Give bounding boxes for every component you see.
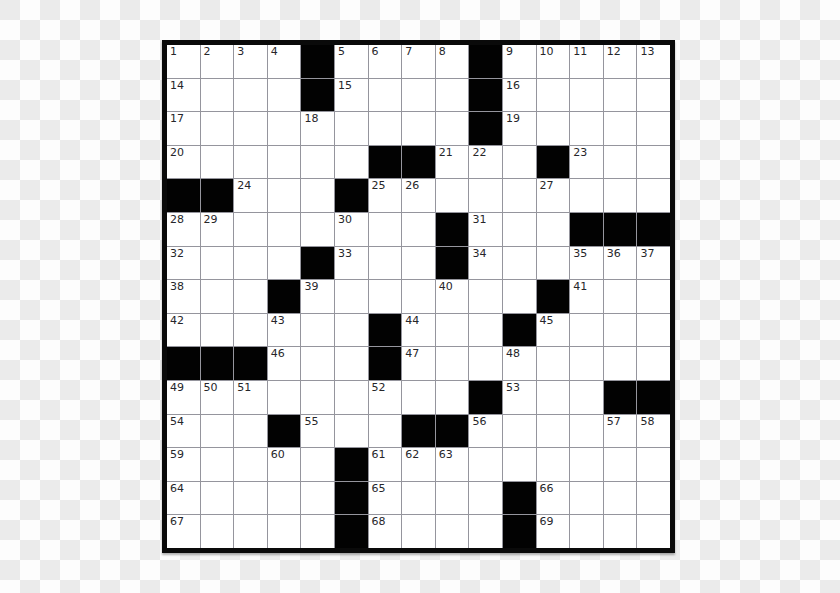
clue-number: 8 <box>436 45 469 58</box>
grid-cell[interactable] <box>436 381 469 414</box>
grid-cell[interactable] <box>301 482 334 515</box>
grid-cell[interactable] <box>335 314 368 347</box>
clue-number: 1 <box>167 45 200 58</box>
grid-cell[interactable]: 50 <box>201 381 234 414</box>
grid-cell[interactable] <box>268 79 301 112</box>
block-cell <box>167 179 200 212</box>
grid-cell[interactable] <box>570 448 603 481</box>
grid-cell[interactable] <box>637 112 670 145</box>
grid-cell[interactable] <box>369 112 402 145</box>
grid-cell[interactable]: 32 <box>167 247 200 280</box>
clue-number: 53 <box>503 381 536 394</box>
grid-cell[interactable] <box>436 112 469 145</box>
grid-cell[interactable] <box>234 314 267 347</box>
grid-cell[interactable]: 7 <box>402 45 435 78</box>
grid-cell[interactable] <box>301 448 334 481</box>
grid-cell[interactable]: 22 <box>469 146 502 179</box>
grid-cell[interactable]: 64 <box>167 482 200 515</box>
grid-cell[interactable]: 61 <box>369 448 402 481</box>
grid-cell[interactable]: 37 <box>637 247 670 280</box>
grid-cell[interactable] <box>537 247 570 280</box>
clue-number: 52 <box>369 381 402 394</box>
grid-cell[interactable]: 51 <box>234 381 267 414</box>
grid-cell[interactable] <box>201 482 234 515</box>
grid-cell[interactable] <box>234 247 267 280</box>
grid-cell[interactable] <box>503 146 536 179</box>
grid-cell[interactable] <box>201 79 234 112</box>
grid-cell[interactable]: 9 <box>503 45 536 78</box>
clue-number: 57 <box>604 415 637 428</box>
clue-number: 67 <box>167 515 200 528</box>
grid-cell[interactable]: 14 <box>167 79 200 112</box>
block-cell <box>301 45 334 78</box>
grid-cell[interactable]: 15 <box>335 79 368 112</box>
grid-cell[interactable] <box>637 482 670 515</box>
block-cell <box>570 213 603 246</box>
clue-number: 6 <box>369 45 402 58</box>
grid-cell[interactable] <box>268 247 301 280</box>
grid-cell[interactable]: 21 <box>436 146 469 179</box>
grid-cell[interactable] <box>537 213 570 246</box>
clue-number: 15 <box>335 79 368 92</box>
grid-cell[interactable] <box>469 448 502 481</box>
grid-cell[interactable] <box>570 381 603 414</box>
grid-cell[interactable]: 10 <box>537 45 570 78</box>
block-cell <box>369 314 402 347</box>
grid-cell[interactable]: 41 <box>570 280 603 313</box>
clue-number: 29 <box>201 213 234 226</box>
block-cell <box>201 179 234 212</box>
block-cell <box>268 415 301 448</box>
block-cell <box>402 415 435 448</box>
block-cell <box>402 146 435 179</box>
grid-cell[interactable] <box>604 280 637 313</box>
grid-cell[interactable]: 46 <box>268 347 301 380</box>
grid-cell[interactable]: 59 <box>167 448 200 481</box>
grid-cell[interactable]: 12 <box>604 45 637 78</box>
clue-number: 37 <box>637 247 670 260</box>
grid-cell[interactable] <box>436 314 469 347</box>
clue-number: 10 <box>537 45 570 58</box>
grid-cell[interactable] <box>402 79 435 112</box>
block-cell <box>436 213 469 246</box>
clue-number: 20 <box>167 146 200 159</box>
block-cell <box>369 146 402 179</box>
grid-cell[interactable] <box>234 213 267 246</box>
grid-cell[interactable] <box>469 347 502 380</box>
clue-number: 14 <box>167 79 200 92</box>
grid-cell[interactable]: 42 <box>167 314 200 347</box>
grid-cell[interactable]: 26 <box>402 179 435 212</box>
grid-cell[interactable] <box>469 280 502 313</box>
clue-number: 2 <box>201 45 234 58</box>
clue-number: 9 <box>503 45 536 58</box>
clue-number: 62 <box>402 448 435 461</box>
grid-cell[interactable]: 36 <box>604 247 637 280</box>
grid-cell[interactable] <box>637 79 670 112</box>
grid-cell[interactable]: 20 <box>167 146 200 179</box>
crossword-grid: 1234567891011121314151617181920212223242… <box>167 45 670 548</box>
clue-number: 38 <box>167 280 200 293</box>
clue-number: 66 <box>537 482 570 495</box>
clue-number: 51 <box>234 381 267 394</box>
grid-cell[interactable] <box>537 381 570 414</box>
grid-cell[interactable] <box>268 112 301 145</box>
grid-cell[interactable] <box>637 146 670 179</box>
grid-cell[interactable]: 24 <box>234 179 267 212</box>
grid-cell[interactable] <box>268 213 301 246</box>
grid-cell[interactable] <box>436 79 469 112</box>
grid-cell[interactable] <box>369 280 402 313</box>
grid-cell[interactable]: 69 <box>537 515 570 548</box>
grid-cell[interactable] <box>369 247 402 280</box>
grid-cell[interactable] <box>537 112 570 145</box>
clue-number: 55 <box>301 415 334 428</box>
grid-cell[interactable]: 53 <box>503 381 536 414</box>
block-cell <box>201 347 234 380</box>
clue-number: 13 <box>637 45 670 58</box>
clue-number: 19 <box>503 112 536 125</box>
block-cell <box>469 79 502 112</box>
grid-cell[interactable] <box>436 482 469 515</box>
grid-cell[interactable] <box>570 415 603 448</box>
grid-cell[interactable] <box>268 179 301 212</box>
clue-number: 48 <box>503 347 536 360</box>
grid-cell[interactable]: 66 <box>537 482 570 515</box>
grid-cell[interactable]: 4 <box>268 45 301 78</box>
grid-cell[interactable] <box>537 347 570 380</box>
clue-number: 16 <box>503 79 536 92</box>
block-cell <box>436 247 469 280</box>
clue-number: 46 <box>268 347 301 360</box>
clue-number: 64 <box>167 482 200 495</box>
grid-cell[interactable] <box>570 482 603 515</box>
grid-cell[interactable] <box>604 515 637 548</box>
clue-number: 35 <box>570 247 603 260</box>
grid-cell[interactable]: 54 <box>167 415 200 448</box>
grid-cell[interactable] <box>537 79 570 112</box>
grid-cell[interactable]: 23 <box>570 146 603 179</box>
grid-cell[interactable]: 60 <box>268 448 301 481</box>
grid-cell[interactable] <box>335 146 368 179</box>
grid-cell[interactable] <box>268 482 301 515</box>
grid-cell[interactable] <box>335 381 368 414</box>
clue-number: 31 <box>469 213 502 226</box>
grid-cell[interactable] <box>201 515 234 548</box>
grid-cell[interactable] <box>234 482 267 515</box>
grid-cell[interactable] <box>234 448 267 481</box>
grid-cell[interactable] <box>335 415 368 448</box>
block-cell <box>604 213 637 246</box>
grid-cell[interactable] <box>335 280 368 313</box>
grid-cell[interactable] <box>201 146 234 179</box>
grid-cell[interactable] <box>604 314 637 347</box>
grid-cell[interactable] <box>201 112 234 145</box>
block-cell <box>335 448 368 481</box>
grid-cell[interactable]: 58 <box>637 415 670 448</box>
grid-cell[interactable] <box>301 179 334 212</box>
grid-cell[interactable]: 48 <box>503 347 536 380</box>
grid-cell[interactable] <box>469 482 502 515</box>
grid-cell[interactable] <box>570 79 603 112</box>
grid-cell[interactable]: 33 <box>335 247 368 280</box>
grid-cell[interactable] <box>503 415 536 448</box>
block-cell <box>469 112 502 145</box>
clue-number: 40 <box>436 280 469 293</box>
grid-cell[interactable] <box>301 314 334 347</box>
grid-cell[interactable] <box>469 179 502 212</box>
grid-cell[interactable]: 35 <box>570 247 603 280</box>
grid-cell[interactable] <box>402 213 435 246</box>
grid-cell[interactable]: 44 <box>402 314 435 347</box>
clue-number: 32 <box>167 247 200 260</box>
grid-cell[interactable]: 28 <box>167 213 200 246</box>
clue-number: 58 <box>637 415 670 428</box>
grid-cell[interactable] <box>268 381 301 414</box>
grid-cell[interactable] <box>637 347 670 380</box>
grid-cell[interactable]: 17 <box>167 112 200 145</box>
grid-cell[interactable] <box>369 213 402 246</box>
grid-cell[interactable] <box>503 247 536 280</box>
grid-cell[interactable] <box>234 515 267 548</box>
clue-number: 26 <box>402 179 435 192</box>
clue-number: 63 <box>436 448 469 461</box>
block-cell <box>335 515 368 548</box>
grid-cell[interactable] <box>268 515 301 548</box>
grid-cell[interactable] <box>570 112 603 145</box>
grid-cell[interactable] <box>637 280 670 313</box>
grid-cell[interactable]: 31 <box>469 213 502 246</box>
grid-cell[interactable]: 1 <box>167 45 200 78</box>
grid-cell[interactable]: 34 <box>469 247 502 280</box>
clue-number: 39 <box>301 280 334 293</box>
grid-cell[interactable] <box>201 415 234 448</box>
block-cell <box>537 146 570 179</box>
clue-number: 5 <box>335 45 368 58</box>
block-cell <box>234 347 267 380</box>
clue-number: 41 <box>570 280 603 293</box>
grid-cell[interactable] <box>234 112 267 145</box>
grid-cell[interactable]: 62 <box>402 448 435 481</box>
grid-cell[interactable] <box>301 146 334 179</box>
clue-number: 12 <box>604 45 637 58</box>
block-cell <box>301 247 334 280</box>
grid-cell[interactable]: 43 <box>268 314 301 347</box>
grid-cell[interactable]: 5 <box>335 45 368 78</box>
block-cell <box>369 347 402 380</box>
clue-number: 50 <box>201 381 234 394</box>
clue-number: 17 <box>167 112 200 125</box>
clue-number: 21 <box>436 146 469 159</box>
grid-cell[interactable] <box>436 179 469 212</box>
clue-number: 34 <box>469 247 502 260</box>
clue-number: 11 <box>570 45 603 58</box>
grid-cell[interactable]: 45 <box>537 314 570 347</box>
grid-cell[interactable]: 57 <box>604 415 637 448</box>
grid-cell[interactable] <box>537 415 570 448</box>
clue-number: 54 <box>167 415 200 428</box>
clue-number: 45 <box>537 314 570 327</box>
grid-cell[interactable]: 68 <box>369 515 402 548</box>
grid-cell[interactable] <box>570 515 603 548</box>
grid-cell[interactable] <box>234 79 267 112</box>
grid-cell[interactable] <box>637 448 670 481</box>
grid-cell[interactable] <box>537 448 570 481</box>
clue-number: 43 <box>268 314 301 327</box>
grid-cell[interactable]: 6 <box>369 45 402 78</box>
grid-cell[interactable] <box>402 515 435 548</box>
grid-cell[interactable]: 56 <box>469 415 502 448</box>
clue-number: 44 <box>402 314 435 327</box>
block-cell <box>335 482 368 515</box>
grid-cell[interactable] <box>503 213 536 246</box>
grid-cell[interactable] <box>234 280 267 313</box>
grid-cell[interactable] <box>570 179 603 212</box>
grid-cell[interactable] <box>604 448 637 481</box>
grid-cell[interactable] <box>234 146 267 179</box>
grid-cell[interactable] <box>301 347 334 380</box>
block-cell <box>469 381 502 414</box>
clue-number: 69 <box>537 515 570 528</box>
grid-cell[interactable] <box>436 515 469 548</box>
clue-number: 4 <box>268 45 301 58</box>
grid-cell[interactable]: 18 <box>301 112 334 145</box>
grid-cell[interactable] <box>604 112 637 145</box>
grid-cell[interactable] <box>335 112 368 145</box>
grid-cell[interactable] <box>268 146 301 179</box>
grid-cell[interactable]: 49 <box>167 381 200 414</box>
block-cell <box>503 314 536 347</box>
clue-number: 27 <box>537 179 570 192</box>
grid-cell[interactable] <box>604 146 637 179</box>
grid-cell[interactable] <box>570 314 603 347</box>
clue-number: 47 <box>402 347 435 360</box>
grid-cell[interactable] <box>234 415 267 448</box>
block-cell <box>469 45 502 78</box>
grid-cell[interactable]: 67 <box>167 515 200 548</box>
grid-cell[interactable]: 39 <box>301 280 334 313</box>
clue-number: 65 <box>369 482 402 495</box>
grid-cell[interactable] <box>402 280 435 313</box>
grid-cell[interactable]: 30 <box>335 213 368 246</box>
grid-cell[interactable] <box>604 482 637 515</box>
grid-cell[interactable] <box>301 213 334 246</box>
clue-number: 33 <box>335 247 368 260</box>
clue-number: 28 <box>167 213 200 226</box>
clue-number: 3 <box>234 45 267 58</box>
block-cell <box>268 280 301 313</box>
grid-cell[interactable]: 63 <box>436 448 469 481</box>
grid-cell[interactable] <box>503 179 536 212</box>
block-cell <box>335 179 368 212</box>
grid-cell[interactable] <box>469 314 502 347</box>
clue-number: 59 <box>167 448 200 461</box>
grid-cell[interactable] <box>637 179 670 212</box>
grid-cell[interactable] <box>402 112 435 145</box>
grid-cell[interactable] <box>402 482 435 515</box>
grid-cell[interactable]: 52 <box>369 381 402 414</box>
grid-cell[interactable]: 2 <box>201 45 234 78</box>
grid-cell[interactable]: 27 <box>537 179 570 212</box>
grid-cell[interactable] <box>201 314 234 347</box>
clue-number: 22 <box>469 146 502 159</box>
grid-cell[interactable]: 16 <box>503 79 536 112</box>
grid-cell[interactable] <box>604 179 637 212</box>
clue-number: 49 <box>167 381 200 394</box>
block-cell <box>503 482 536 515</box>
grid-cell[interactable] <box>637 515 670 548</box>
block-cell <box>503 515 536 548</box>
grid-cell[interactable] <box>604 79 637 112</box>
clue-number: 36 <box>604 247 637 260</box>
block-cell <box>604 381 637 414</box>
block-cell <box>167 347 200 380</box>
clue-number: 7 <box>402 45 435 58</box>
grid-cell[interactable]: 19 <box>503 112 536 145</box>
grid-cell[interactable] <box>301 515 334 548</box>
grid-cell[interactable]: 11 <box>570 45 603 78</box>
grid-cell[interactable]: 38 <box>167 280 200 313</box>
grid-cell[interactable]: 3 <box>234 45 267 78</box>
grid-cell[interactable]: 8 <box>436 45 469 78</box>
clue-number: 18 <box>301 112 334 125</box>
grid-cell[interactable] <box>402 247 435 280</box>
clue-number: 24 <box>234 179 267 192</box>
grid-cell[interactable] <box>301 381 334 414</box>
clue-number: 56 <box>469 415 502 428</box>
block-cell <box>301 79 334 112</box>
grid-cell[interactable]: 47 <box>402 347 435 380</box>
grid-cell[interactable]: 25 <box>369 179 402 212</box>
clue-number: 23 <box>570 146 603 159</box>
block-cell <box>637 213 670 246</box>
grid-cell[interactable] <box>469 515 502 548</box>
clue-number: 25 <box>369 179 402 192</box>
clue-number: 30 <box>335 213 368 226</box>
clue-number: 42 <box>167 314 200 327</box>
grid-cell[interactable] <box>604 347 637 380</box>
clue-number: 61 <box>369 448 402 461</box>
grid-cell[interactable] <box>369 79 402 112</box>
clue-number: 68 <box>369 515 402 528</box>
block-cell <box>537 280 570 313</box>
page-background: { "game": { "type": "crossword", "rows":… <box>0 0 840 593</box>
grid-cell[interactable] <box>369 415 402 448</box>
block-cell <box>637 381 670 414</box>
grid-cell[interactable] <box>201 448 234 481</box>
crossword-board-frame: 1234567891011121314151617181920212223242… <box>162 40 675 553</box>
clue-number: 60 <box>268 448 301 461</box>
grid-cell[interactable] <box>201 280 234 313</box>
grid-cell[interactable] <box>402 381 435 414</box>
grid-cell[interactable]: 65 <box>369 482 402 515</box>
grid-cell[interactable]: 55 <box>301 415 334 448</box>
grid-cell[interactable] <box>637 314 670 347</box>
grid-cell[interactable] <box>335 347 368 380</box>
block-cell <box>436 415 469 448</box>
grid-cell[interactable] <box>503 280 536 313</box>
grid-cell[interactable] <box>201 247 234 280</box>
grid-cell[interactable]: 29 <box>201 213 234 246</box>
grid-cell[interactable] <box>436 347 469 380</box>
grid-cell[interactable]: 40 <box>436 280 469 313</box>
grid-cell[interactable]: 13 <box>637 45 670 78</box>
grid-cell[interactable] <box>570 347 603 380</box>
grid-cell[interactable] <box>503 448 536 481</box>
